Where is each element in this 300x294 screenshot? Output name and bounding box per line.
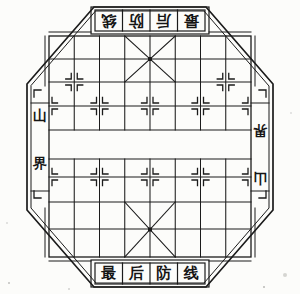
bottom-banner-char: 后 <box>123 263 151 284</box>
bottom-banner-char: 防 <box>150 263 178 284</box>
top-banner-char: 最 <box>178 10 206 31</box>
right-edge-char: 界 <box>253 124 267 138</box>
left-edge-label: 山 界 <box>31 108 49 170</box>
right-edge-label: 山 界 <box>251 124 269 186</box>
bottom-banner-char: 线 <box>178 263 206 284</box>
left-edge-char: 山 <box>33 108 47 122</box>
bracket-bottom-right <box>259 191 266 198</box>
top-banner-char: 防 <box>123 10 151 31</box>
scan-speckles <box>8 282 10 284</box>
scanned-board-diagram: 最 后 防 线 最 后 防 线 山 界 山 界 <box>0 0 300 294</box>
grid-lines <box>49 36 251 257</box>
bottom-banner-char: 最 <box>95 263 123 284</box>
bottom-banner: 最 后 防 线 <box>95 263 205 284</box>
bracket-bottom-left <box>34 191 41 198</box>
top-banner: 最 后 防 线 <box>95 10 205 31</box>
right-edge-char: 山 <box>253 172 267 186</box>
top-banner-char: 后 <box>150 10 178 31</box>
bracket-top-right <box>259 90 266 97</box>
left-edge-char: 界 <box>33 156 47 170</box>
top-banner-char: 线 <box>95 10 123 31</box>
bracket-top-left <box>34 90 41 97</box>
